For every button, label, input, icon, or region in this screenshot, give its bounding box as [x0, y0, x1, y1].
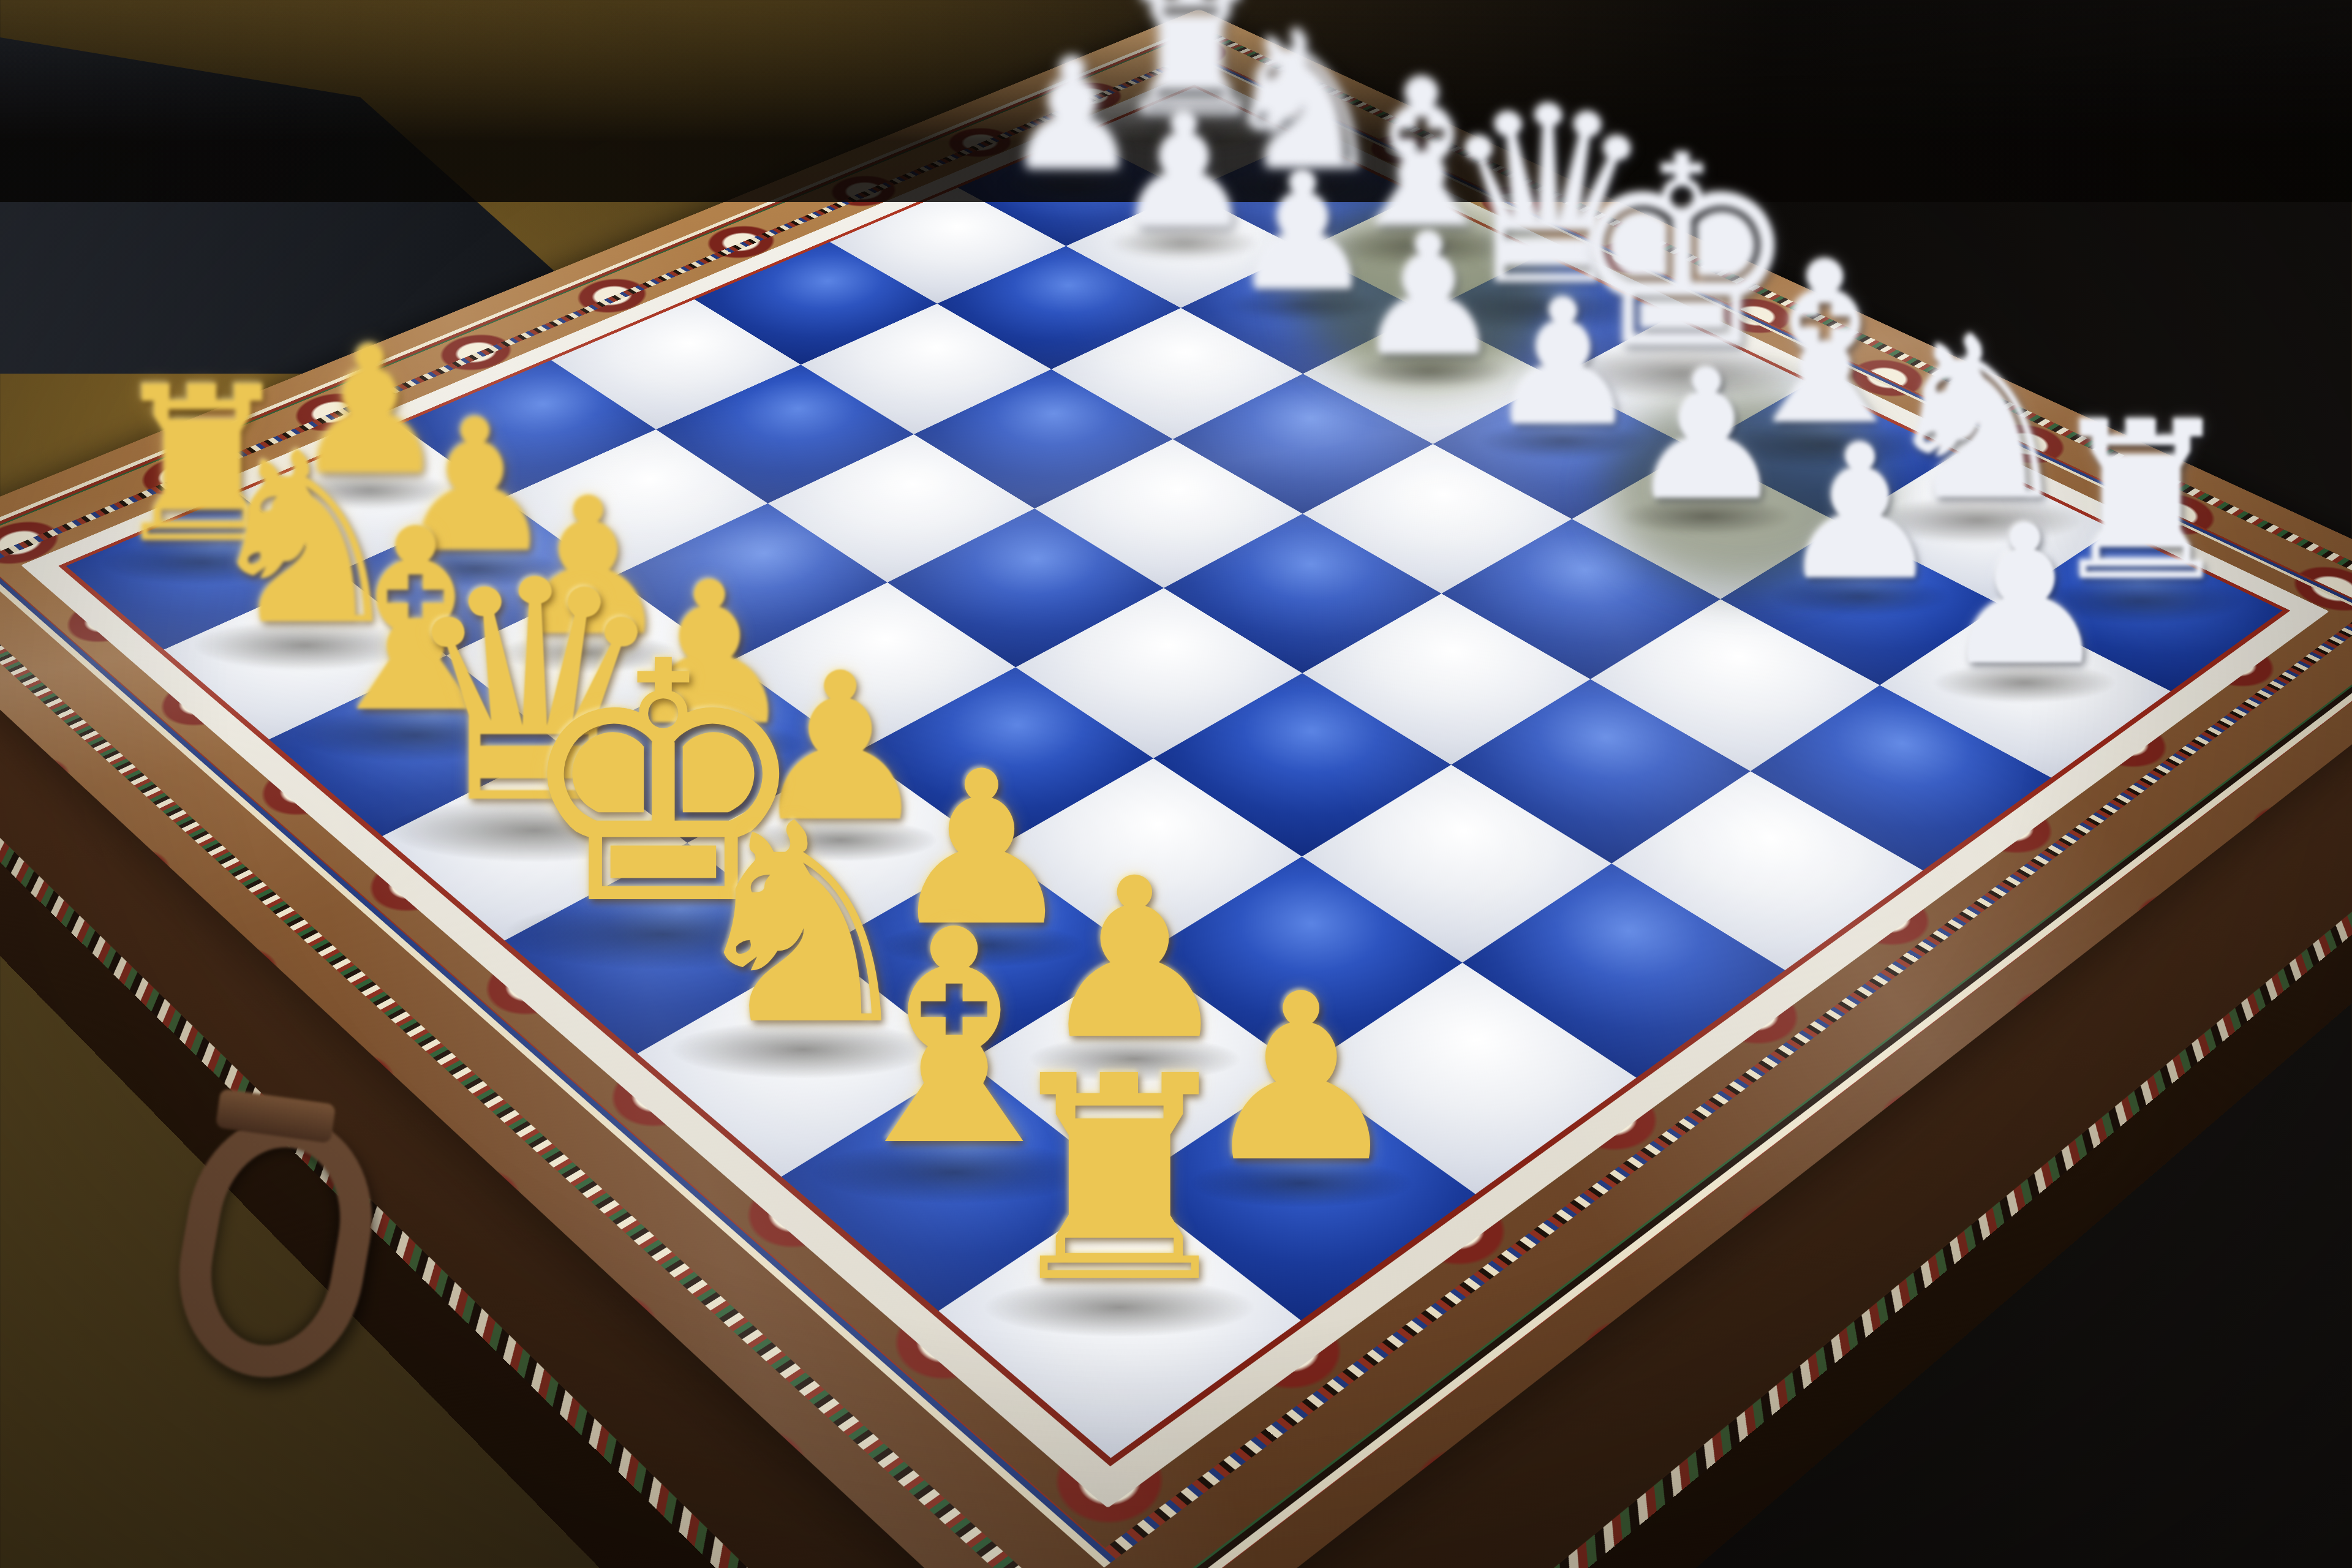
foreground-shadow — [0, 0, 2352, 202]
plant-blur — [1605, 392, 1887, 588]
plant-blur — [1298, 202, 1556, 386]
